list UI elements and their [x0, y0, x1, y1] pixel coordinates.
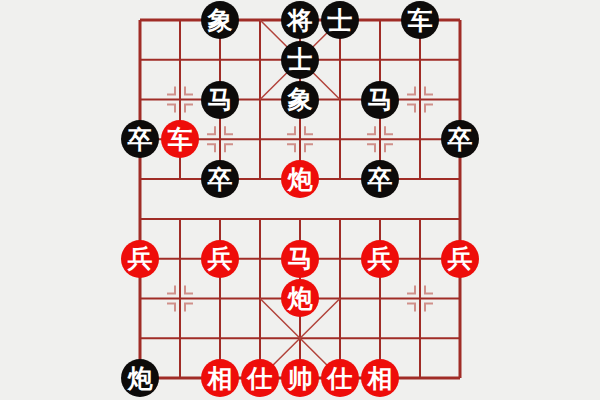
piece-red-elephant[interactable]: 相	[201, 359, 239, 397]
piece-black-chariot[interactable]: 车	[401, 1, 439, 39]
piece-black-elephant[interactable]: 象	[281, 81, 319, 119]
piece-black-advisor[interactable]: 士	[321, 1, 359, 39]
piece-red-cannon[interactable]: 炮	[281, 160, 319, 198]
xiangqi-app: 象将士车士马象马卒车卒卒炮卒兵兵马兵兵炮炮相仕帅仕相	[0, 0, 600, 400]
xiangqi-board: 象将士车士马象马卒车卒卒炮卒兵兵马兵兵炮炮相仕帅仕相	[0, 0, 600, 400]
piece-red-soldier[interactable]: 兵	[201, 240, 239, 278]
piece-red-soldier[interactable]: 兵	[121, 240, 159, 278]
piece-red-horse[interactable]: 马	[281, 240, 319, 278]
piece-black-horse[interactable]: 马	[201, 81, 239, 119]
piece-black-elephant[interactable]: 象	[201, 1, 239, 39]
piece-red-soldier[interactable]: 兵	[361, 240, 399, 278]
piece-black-soldier[interactable]: 卒	[361, 160, 399, 198]
piece-black-advisor[interactable]: 士	[281, 41, 319, 79]
piece-red-advisor[interactable]: 仕	[241, 359, 279, 397]
piece-red-elephant[interactable]: 相	[361, 359, 399, 397]
piece-black-soldier[interactable]: 卒	[201, 160, 239, 198]
piece-red-soldier[interactable]: 兵	[441, 240, 479, 278]
piece-red-general[interactable]: 帅	[281, 359, 319, 397]
piece-black-horse[interactable]: 马	[361, 81, 399, 119]
piece-black-general[interactable]: 将	[281, 1, 319, 39]
piece-black-cannon[interactable]: 炮	[121, 359, 159, 397]
piece-red-advisor[interactable]: 仕	[321, 359, 359, 397]
